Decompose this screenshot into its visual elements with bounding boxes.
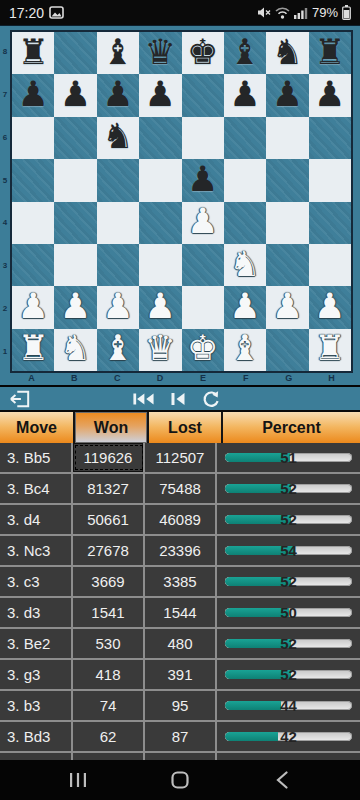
won-cell: 81327 <box>73 474 145 503</box>
table-row[interactable]: 3. d4506614608952 <box>0 503 360 534</box>
square-h4[interactable] <box>309 202 351 244</box>
percent-cell: 52 <box>217 660 360 689</box>
square-c6[interactable]: ♞ <box>97 117 139 159</box>
square-g2[interactable]: ♟ <box>266 286 308 328</box>
table-row[interactable]: 3. Bb511962611250751 <box>0 443 360 472</box>
column-header-move[interactable]: Move <box>0 412 73 443</box>
lost-cell: 3385 <box>145 567 217 596</box>
square-d5[interactable] <box>139 159 181 201</box>
square-c8[interactable]: ♝ <box>97 32 139 74</box>
file-label-d: D <box>139 373 182 385</box>
square-e7[interactable] <box>182 74 224 116</box>
square-b6[interactable] <box>54 117 96 159</box>
black-rook: ♜ <box>314 35 345 70</box>
white-pawn: ♟ <box>229 289 260 324</box>
white-queen: ♛ <box>145 331 176 366</box>
square-a4[interactable] <box>12 202 54 244</box>
file-label-c: C <box>96 373 139 385</box>
table-row[interactable]: 3. Bd3628742 <box>0 720 360 751</box>
square-e3[interactable] <box>182 244 224 286</box>
rank-label-4: 4 <box>0 202 10 245</box>
percent-value: 54 <box>217 536 360 565</box>
exit-icon <box>9 389 31 409</box>
cell <box>145 753 217 760</box>
battery-percent: 79% <box>312 5 338 20</box>
column-header-lost[interactable]: Lost <box>149 412 221 443</box>
square-h8[interactable]: ♜ <box>309 32 351 74</box>
square-d6[interactable] <box>139 117 181 159</box>
black-bishop: ♝ <box>229 35 260 70</box>
lost-cell: 1544 <box>145 598 217 627</box>
cell <box>217 753 360 760</box>
percent-cell: 42 <box>217 722 360 751</box>
table-row[interactable]: 3. b3749544 <box>0 689 360 720</box>
step-back-icon <box>170 391 185 407</box>
percent-value: 52 <box>217 660 360 689</box>
lost-cell: 391 <box>145 660 217 689</box>
file-label-a: A <box>10 373 53 385</box>
square-b8[interactable] <box>54 32 96 74</box>
white-pawn: ♟ <box>187 204 218 239</box>
won-cell: 3669 <box>73 567 145 596</box>
rank-label-3: 3 <box>0 244 10 287</box>
back-icon <box>276 771 288 789</box>
rank-label-1: 1 <box>0 330 10 373</box>
skip-to-start-icon <box>132 391 154 407</box>
square-b5[interactable] <box>54 159 96 201</box>
black-knight: ♞ <box>102 119 133 154</box>
file-label-h: H <box>310 373 353 385</box>
white-pawn: ♟ <box>272 289 303 324</box>
lost-cell: 46089 <box>145 505 217 534</box>
square-h6[interactable] <box>309 117 351 159</box>
percent-cell: 52 <box>217 567 360 596</box>
square-f3[interactable]: ♞ <box>224 244 266 286</box>
percent-cell: 44 <box>217 691 360 720</box>
square-c7[interactable]: ♟ <box>97 74 139 116</box>
white-pawn: ♟ <box>314 289 345 324</box>
black-rook: ♜ <box>17 35 48 70</box>
square-b3[interactable] <box>54 244 96 286</box>
square-e1[interactable]: ♚ <box>182 329 224 371</box>
table-row[interactable]: 3. Be253048052 <box>0 627 360 658</box>
square-c3[interactable] <box>97 244 139 286</box>
square-e4[interactable]: ♟ <box>182 202 224 244</box>
percent-value: 52 <box>217 567 360 596</box>
rank-label-5: 5 <box>0 159 10 202</box>
won-cell: 119626 <box>73 443 145 472</box>
square-d1[interactable]: ♛ <box>139 329 181 371</box>
square-b7[interactable]: ♟ <box>54 74 96 116</box>
lost-cell: 95 <box>145 691 217 720</box>
moves-table: 3. Bb5119626112507513. Bc48132775488523.… <box>0 443 360 760</box>
black-pawn: ♟ <box>102 77 133 112</box>
square-f2[interactable]: ♟ <box>224 286 266 328</box>
square-d8[interactable]: ♛ <box>139 32 181 74</box>
moves-table-header: MoveWonLostPercent <box>0 412 360 443</box>
square-c2[interactable]: ♟ <box>97 286 139 328</box>
cell <box>73 753 145 760</box>
square-e2[interactable] <box>182 286 224 328</box>
file-labels: ABCDEFGH <box>10 373 353 385</box>
white-rook: ♜ <box>17 331 48 366</box>
skip-to-start-button[interactable] <box>132 391 154 407</box>
square-c1[interactable]: ♝ <box>97 329 139 371</box>
mute-icon <box>257 6 271 19</box>
move-cell: 3. c3 <box>0 567 73 596</box>
black-pawn: ♟ <box>60 77 91 112</box>
black-pawn: ♟ <box>314 77 345 112</box>
move-cell: 3. d4 <box>0 505 73 534</box>
table-row-partial[interactable] <box>0 751 360 760</box>
won-cell: 27678 <box>73 536 145 565</box>
percent-value: 52 <box>217 474 360 503</box>
column-header-percent[interactable]: Percent <box>223 412 360 443</box>
black-pawn: ♟ <box>229 77 260 112</box>
file-label-e: E <box>182 373 225 385</box>
table-row[interactable]: 3. Bc4813277548852 <box>0 472 360 503</box>
square-f4[interactable] <box>224 202 266 244</box>
won-cell: 530 <box>73 629 145 658</box>
won-cell: 62 <box>73 722 145 751</box>
square-e8[interactable]: ♚ <box>182 32 224 74</box>
percent-value: 52 <box>217 629 360 658</box>
chess-board-frame: 87654321 ♜♝♛♚♝♞♜♟♟♟♟♟♟♟♞♟♟♞♟♟♟♟♟♟♟♜♞♝♛♚♝… <box>0 25 360 385</box>
square-f8[interactable]: ♝ <box>224 32 266 74</box>
won-cell: 74 <box>73 691 145 720</box>
recents-icon <box>68 772 88 788</box>
percent-value: 44 <box>217 691 360 720</box>
black-pawn: ♟ <box>187 162 218 197</box>
chess-board: ♜♝♛♚♝♞♜♟♟♟♟♟♟♟♞♟♟♞♟♟♟♟♟♟♟♜♞♝♛♚♝♜ <box>10 30 353 373</box>
gallery-icon <box>49 6 64 19</box>
home-icon <box>171 771 189 789</box>
white-pawn: ♟ <box>17 289 48 324</box>
file-label-g: G <box>267 373 310 385</box>
move-cell: 3. d3 <box>0 598 73 627</box>
signal-icon <box>294 7 308 19</box>
lost-cell: 480 <box>145 629 217 658</box>
percent-cell: 50 <box>217 598 360 627</box>
move-cell: 3. Nc3 <box>0 536 73 565</box>
file-label-b: B <box>53 373 96 385</box>
rank-label-2: 2 <box>0 287 10 330</box>
white-bishop: ♝ <box>229 331 260 366</box>
square-e6[interactable] <box>182 117 224 159</box>
white-knight: ♞ <box>60 331 91 366</box>
black-pawn: ♟ <box>145 77 176 112</box>
white-pawn: ♟ <box>60 289 91 324</box>
rank-label-7: 7 <box>0 73 10 116</box>
percent-value: 51 <box>217 443 360 472</box>
square-a5[interactable] <box>12 159 54 201</box>
percent-cell: 52 <box>217 629 360 658</box>
percent-cell: 52 <box>217 505 360 534</box>
black-queen: ♛ <box>145 35 176 70</box>
cell <box>0 753 73 760</box>
table-row[interactable]: 3. g341839152 <box>0 658 360 689</box>
black-pawn: ♟ <box>272 77 303 112</box>
move-cell: 3. Be2 <box>0 629 73 658</box>
toolbar <box>0 385 360 412</box>
white-pawn: ♟ <box>145 289 176 324</box>
square-f6[interactable] <box>224 117 266 159</box>
square-a3[interactable] <box>12 244 54 286</box>
square-h1[interactable]: ♜ <box>309 329 351 371</box>
won-cell: 418 <box>73 660 145 689</box>
square-f7[interactable]: ♟ <box>224 74 266 116</box>
square-c5[interactable] <box>97 159 139 201</box>
battery-icon <box>342 5 351 20</box>
square-h3[interactable] <box>309 244 351 286</box>
back-button[interactable] <box>263 765 301 795</box>
lost-cell: 112507 <box>145 443 217 472</box>
percent-value: 50 <box>217 598 360 627</box>
status-time: 17:20 <box>9 5 44 21</box>
square-f1[interactable]: ♝ <box>224 329 266 371</box>
square-d7[interactable]: ♟ <box>139 74 181 116</box>
refresh-button[interactable] <box>201 390 220 408</box>
lost-cell: 75488 <box>145 474 217 503</box>
white-king: ♚ <box>187 331 218 366</box>
step-back-button[interactable] <box>170 391 185 407</box>
wifi-icon <box>275 7 290 19</box>
rank-label-6: 6 <box>0 116 10 159</box>
status-bar: 17:20 79% <box>0 0 360 25</box>
recents-button[interactable] <box>59 765 97 795</box>
square-g1[interactable] <box>266 329 308 371</box>
white-rook: ♜ <box>314 331 345 366</box>
won-cell: 1541 <box>73 598 145 627</box>
square-h7[interactable]: ♟ <box>309 74 351 116</box>
lost-cell: 87 <box>145 722 217 751</box>
android-nav-bar <box>0 760 360 800</box>
won-cell: 50661 <box>73 505 145 534</box>
square-h2[interactable]: ♟ <box>309 286 351 328</box>
square-f5[interactable] <box>224 159 266 201</box>
move-cell: 3. b3 <box>0 691 73 720</box>
exit-button[interactable] <box>9 389 31 409</box>
square-a6[interactable] <box>12 117 54 159</box>
square-h5[interactable] <box>309 159 351 201</box>
percent-cell: 52 <box>217 474 360 503</box>
table-row[interactable]: 3. c33669338552 <box>0 565 360 596</box>
phone-screen: 17:20 79% <box>0 0 360 800</box>
square-g7[interactable]: ♟ <box>266 74 308 116</box>
square-a2[interactable]: ♟ <box>12 286 54 328</box>
square-d2[interactable]: ♟ <box>139 286 181 328</box>
square-d3[interactable] <box>139 244 181 286</box>
table-row[interactable]: 3. d31541154450 <box>0 596 360 627</box>
square-g3[interactable] <box>266 244 308 286</box>
square-a7[interactable]: ♟ <box>12 74 54 116</box>
square-b2[interactable]: ♟ <box>54 286 96 328</box>
black-king: ♚ <box>187 35 218 70</box>
table-row[interactable]: 3. Nc3276782339654 <box>0 534 360 565</box>
percent-value: 42 <box>217 722 360 751</box>
rank-labels: 87654321 <box>0 30 10 373</box>
white-bishop: ♝ <box>102 331 133 366</box>
black-knight: ♞ <box>272 35 303 70</box>
column-header-won[interactable]: Won <box>75 412 147 443</box>
percent-cell: 51 <box>217 443 360 472</box>
refresh-icon <box>201 390 220 408</box>
white-pawn: ♟ <box>102 289 133 324</box>
square-c4[interactable] <box>97 202 139 244</box>
square-g5[interactable] <box>266 159 308 201</box>
square-g4[interactable] <box>266 202 308 244</box>
home-button[interactable] <box>161 765 199 795</box>
square-e5[interactable]: ♟ <box>182 159 224 201</box>
square-g8[interactable]: ♞ <box>266 32 308 74</box>
square-a1[interactable]: ♜ <box>12 329 54 371</box>
square-d4[interactable] <box>139 202 181 244</box>
white-knight: ♞ <box>229 247 260 282</box>
black-pawn: ♟ <box>17 77 48 112</box>
move-cell: 3. Bd3 <box>0 722 73 751</box>
square-g6[interactable] <box>266 117 308 159</box>
move-cell: 3. Bc4 <box>0 474 73 503</box>
square-b1[interactable]: ♞ <box>54 329 96 371</box>
lost-cell: 23396 <box>145 536 217 565</box>
file-label-f: F <box>224 373 267 385</box>
percent-value: 52 <box>217 505 360 534</box>
move-cell: 3. Bb5 <box>0 443 73 472</box>
square-a8[interactable]: ♜ <box>12 32 54 74</box>
black-bishop: ♝ <box>102 35 133 70</box>
percent-cell: 54 <box>217 536 360 565</box>
square-b4[interactable] <box>54 202 96 244</box>
rank-label-8: 8 <box>0 30 10 73</box>
move-cell: 3. g3 <box>0 660 73 689</box>
